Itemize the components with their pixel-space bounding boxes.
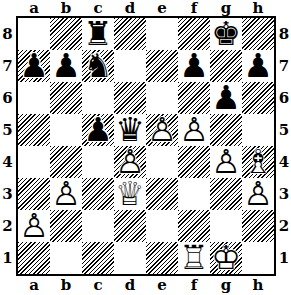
- square-c4[interactable]: [82, 146, 114, 178]
- rank-labels-left: 87654321: [0, 18, 15, 274]
- rank-label-left-5: 5: [0, 114, 15, 146]
- rank-label-left-8: 8: [0, 18, 15, 50]
- rank-label-right-4: 4: [277, 146, 291, 178]
- square-h8[interactable]: [242, 18, 274, 50]
- black-pawn: ♟: [242, 50, 274, 82]
- square-d6[interactable]: [114, 82, 146, 114]
- square-d5[interactable]: ♛: [114, 114, 146, 146]
- white-pawn: ♟♙: [178, 114, 210, 146]
- square-c8[interactable]: ♜: [82, 18, 114, 50]
- square-b7[interactable]: ♟: [50, 50, 82, 82]
- file-labels-bottom: abcdefgh: [18, 277, 274, 295]
- rank-label-right-1: 1: [277, 242, 291, 274]
- white-king: ♚♔: [210, 242, 242, 274]
- square-f7[interactable]: ♟: [178, 50, 210, 82]
- square-c1[interactable]: [82, 242, 114, 274]
- rank-label-left-7: 7: [0, 50, 15, 82]
- square-g7[interactable]: [210, 50, 242, 82]
- square-c6[interactable]: [82, 82, 114, 114]
- rank-label-right-7: 7: [277, 50, 291, 82]
- square-b8[interactable]: [50, 18, 82, 50]
- file-label-top-g: g: [210, 0, 242, 15]
- square-b4[interactable]: [50, 146, 82, 178]
- square-c5[interactable]: ♟: [82, 114, 114, 146]
- square-h3[interactable]: ♟♙: [242, 178, 274, 210]
- square-b3[interactable]: ♟♙: [50, 178, 82, 210]
- square-d2[interactable]: [114, 210, 146, 242]
- file-label-bottom-b: b: [50, 277, 82, 295]
- square-e8[interactable]: [146, 18, 178, 50]
- white-pawn-outline: ♙: [242, 178, 274, 210]
- file-label-bottom-e: e: [146, 277, 178, 295]
- square-a5[interactable]: [18, 114, 50, 146]
- white-pawn-outline: ♙: [18, 210, 50, 242]
- square-d8[interactable]: [114, 18, 146, 50]
- square-f6[interactable]: [178, 82, 210, 114]
- rank-label-left-1: 1: [0, 242, 15, 274]
- black-pawn: ♟: [50, 50, 82, 82]
- square-a8[interactable]: [18, 18, 50, 50]
- square-d1[interactable]: [114, 242, 146, 274]
- square-e6[interactable]: [146, 82, 178, 114]
- file-label-top-f: f: [178, 0, 210, 15]
- square-b1[interactable]: [50, 242, 82, 274]
- square-e3[interactable]: [146, 178, 178, 210]
- square-h2[interactable]: [242, 210, 274, 242]
- square-e4[interactable]: [146, 146, 178, 178]
- square-g6[interactable]: ♟: [210, 82, 242, 114]
- white-pawn-outline: ♙: [146, 114, 178, 146]
- chess-board: ♜♚♟♟♞♟♟♟♟♛♟♙♟♙♟♙♟♙♝♗♟♙♛♕♟♙♟♙♜♖♚♔: [16, 16, 276, 276]
- square-e5[interactable]: ♟♙: [146, 114, 178, 146]
- square-a2[interactable]: ♟♙: [18, 210, 50, 242]
- square-a6[interactable]: [18, 82, 50, 114]
- square-h4[interactable]: ♝♗: [242, 146, 274, 178]
- chess-diagram: abcdefgh 87654321 ♜♚♟♟♞♟♟♟♟♛♟♙♟♙♟♙♟♙♝♗♟♙…: [0, 0, 291, 295]
- square-e2[interactable]: [146, 210, 178, 242]
- black-queen: ♛: [114, 114, 146, 146]
- square-f2[interactable]: [178, 210, 210, 242]
- square-g2[interactable]: [210, 210, 242, 242]
- square-a1[interactable]: [18, 242, 50, 274]
- white-pawn: ♟♙: [146, 114, 178, 146]
- square-a3[interactable]: [18, 178, 50, 210]
- rank-label-left-2: 2: [0, 210, 15, 242]
- white-pawn-outline: ♙: [178, 114, 210, 146]
- rank-label-right-3: 3: [277, 178, 291, 210]
- white-pawn: ♟♙: [18, 210, 50, 242]
- file-label-top-h: h: [242, 0, 274, 15]
- file-label-bottom-h: h: [242, 277, 274, 295]
- square-g1[interactable]: ♚♔: [210, 242, 242, 274]
- white-pawn: ♟♙: [242, 178, 274, 210]
- rank-labels-right: 87654321: [277, 18, 291, 274]
- white-pawn: ♟♙: [114, 146, 146, 178]
- white-queen-outline: ♕: [114, 178, 146, 210]
- file-label-bottom-c: c: [82, 277, 114, 295]
- square-f4[interactable]: [178, 146, 210, 178]
- square-b2[interactable]: [50, 210, 82, 242]
- square-h5[interactable]: [242, 114, 274, 146]
- file-label-top-e: e: [146, 0, 178, 15]
- file-label-top-a: a: [18, 0, 50, 15]
- square-e7[interactable]: [146, 50, 178, 82]
- black-king: ♚: [210, 18, 242, 50]
- black-pawn: ♟: [18, 50, 50, 82]
- file-label-top-c: c: [82, 0, 114, 15]
- rank-label-right-8: 8: [277, 18, 291, 50]
- black-pawn: ♟: [82, 114, 114, 146]
- file-label-bottom-d: d: [114, 277, 146, 295]
- white-pawn-outline: ♙: [210, 146, 242, 178]
- square-c7[interactable]: ♞: [82, 50, 114, 82]
- file-label-bottom-a: a: [18, 277, 50, 295]
- black-knight: ♞: [82, 50, 114, 82]
- file-labels-top: abcdefgh: [18, 0, 274, 15]
- square-g4[interactable]: ♟♙: [210, 146, 242, 178]
- square-a7[interactable]: ♟: [18, 50, 50, 82]
- file-label-top-b: b: [50, 0, 82, 15]
- square-e1[interactable]: [146, 242, 178, 274]
- square-f5[interactable]: ♟♙: [178, 114, 210, 146]
- rank-label-left-3: 3: [0, 178, 15, 210]
- square-f1[interactable]: ♜♖: [178, 242, 210, 274]
- white-pawn-outline: ♙: [114, 146, 146, 178]
- black-pawn: ♟: [210, 82, 242, 114]
- white-rook: ♜♖: [178, 242, 210, 274]
- white-pawn-outline: ♙: [50, 178, 82, 210]
- square-g3[interactable]: [210, 178, 242, 210]
- file-label-bottom-g: g: [210, 277, 242, 295]
- white-king-outline: ♔: [210, 242, 242, 274]
- white-bishop: ♝♗: [242, 146, 274, 178]
- file-label-top-d: d: [114, 0, 146, 15]
- square-d3[interactable]: ♛♕: [114, 178, 146, 210]
- rank-label-right-5: 5: [277, 114, 291, 146]
- square-h1[interactable]: [242, 242, 274, 274]
- white-pawn: ♟♙: [50, 178, 82, 210]
- white-queen: ♛♕: [114, 178, 146, 210]
- square-g5[interactable]: [210, 114, 242, 146]
- rank-label-right-2: 2: [277, 210, 291, 242]
- square-h7[interactable]: ♟: [242, 50, 274, 82]
- white-pawn: ♟♙: [210, 146, 242, 178]
- square-b5[interactable]: [50, 114, 82, 146]
- square-d7[interactable]: [114, 50, 146, 82]
- black-rook: ♜: [82, 18, 114, 50]
- square-d4[interactable]: ♟♙: [114, 146, 146, 178]
- square-g8[interactable]: ♚: [210, 18, 242, 50]
- rank-label-left-6: 6: [0, 82, 15, 114]
- white-bishop-outline: ♗: [242, 146, 274, 178]
- file-label-bottom-f: f: [178, 277, 210, 295]
- square-f3[interactable]: [178, 178, 210, 210]
- square-h6[interactable]: [242, 82, 274, 114]
- square-c2[interactable]: [82, 210, 114, 242]
- black-pawn: ♟: [178, 50, 210, 82]
- rank-label-right-6: 6: [277, 82, 291, 114]
- square-f8[interactable]: [178, 18, 210, 50]
- rank-label-left-4: 4: [0, 146, 15, 178]
- square-b6[interactable]: [50, 82, 82, 114]
- square-c3[interactable]: [82, 178, 114, 210]
- white-rook-outline: ♖: [178, 242, 210, 274]
- square-a4[interactable]: [18, 146, 50, 178]
